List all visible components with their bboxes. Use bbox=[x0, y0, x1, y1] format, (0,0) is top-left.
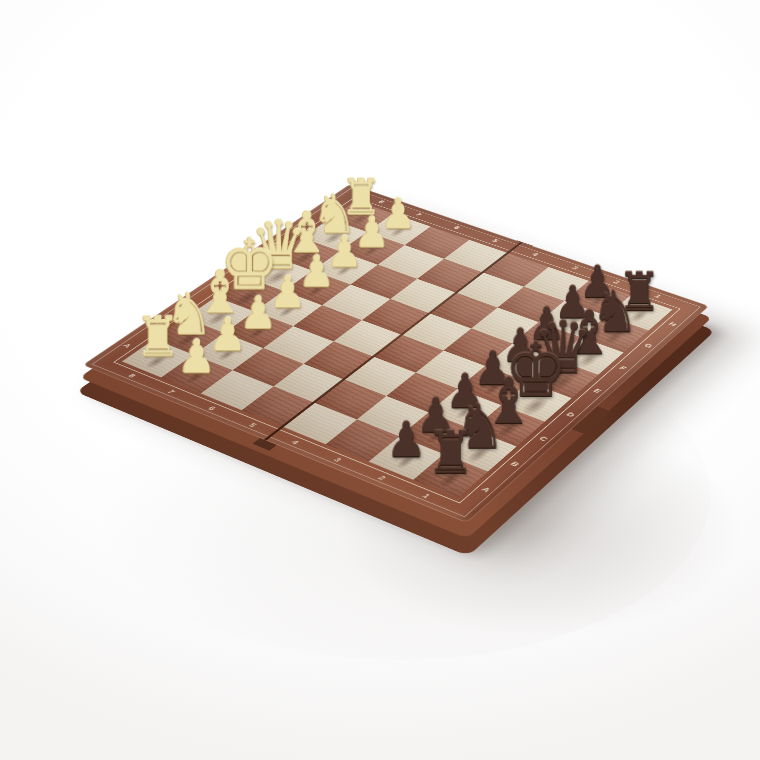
frame-label-D: D bbox=[565, 411, 577, 418]
frame-label-F: F bbox=[618, 365, 629, 371]
frame-label-2: 2 bbox=[376, 474, 388, 481]
frame-label-8: 8 bbox=[126, 373, 138, 379]
frame-label-4: 4 bbox=[530, 252, 540, 257]
folding-chessboard: AABBCCDDEEFFGGHH8877665544332211 ♜♞♝♚♛♝♞… bbox=[83, 184, 709, 523]
rook-glyph: ♜ bbox=[135, 312, 181, 363]
chessboard-scene: AABBCCDDEEFFGGHH8877665544332211 ♜♞♝♚♛♝♞… bbox=[0, 0, 760, 760]
pawn-glyph: ♟ bbox=[386, 418, 427, 464]
frame-label-6: 6 bbox=[452, 225, 462, 230]
frame-label-G: G bbox=[642, 343, 654, 350]
frame-label-A: A bbox=[479, 486, 492, 494]
frame-label-B: B bbox=[509, 460, 522, 468]
frame-label-A: A bbox=[121, 343, 133, 350]
frame-label-C: C bbox=[537, 435, 550, 442]
board-face: AABBCCDDEEFFGGHH8877665544332211 ♜♞♝♚♛♝♞… bbox=[83, 184, 709, 523]
pawn-glyph: ♟ bbox=[177, 336, 216, 379]
frame-label-3: 3 bbox=[332, 456, 344, 463]
rook-glyph: ♜ bbox=[426, 426, 475, 481]
frame-label-7: 7 bbox=[166, 389, 178, 395]
photo-backdrop: AABBCCDDEEFFGGHH8877665544332211 ♜♞♝♚♛♝♞… bbox=[0, 0, 760, 760]
frame-label-4: 4 bbox=[289, 439, 301, 446]
frame-label-6: 6 bbox=[206, 405, 218, 411]
frame-label-H: H bbox=[667, 321, 679, 327]
frame-label-5: 5 bbox=[247, 422, 259, 429]
frame-label-1: 1 bbox=[421, 493, 433, 500]
frame-label-E: E bbox=[592, 388, 604, 395]
frame-label-5: 5 bbox=[491, 238, 501, 243]
